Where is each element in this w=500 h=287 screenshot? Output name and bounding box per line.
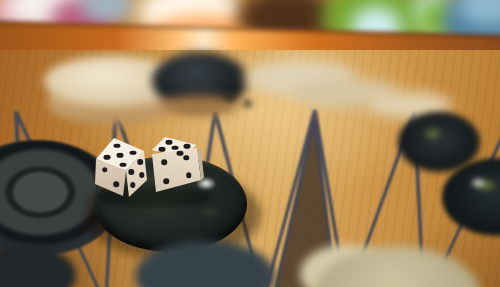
- die-pip: [186, 172, 192, 178]
- die-pip: [138, 159, 144, 165]
- die-left: [92, 137, 150, 201]
- die-left-right-pips: [92, 137, 150, 201]
- die-right: [150, 136, 206, 200]
- distant-speck-1: [224, 93, 236, 101]
- die-pip: [130, 182, 136, 188]
- die-pip: [163, 178, 169, 184]
- die-right-front-pips: [150, 136, 206, 200]
- distant-speck-2: [243, 100, 252, 107]
- die-pip: [139, 172, 145, 178]
- die-pip: [129, 169, 135, 175]
- die-pip: [183, 155, 189, 161]
- backgammon-photo-scene: [0, 0, 500, 287]
- die-pip: [161, 159, 167, 165]
